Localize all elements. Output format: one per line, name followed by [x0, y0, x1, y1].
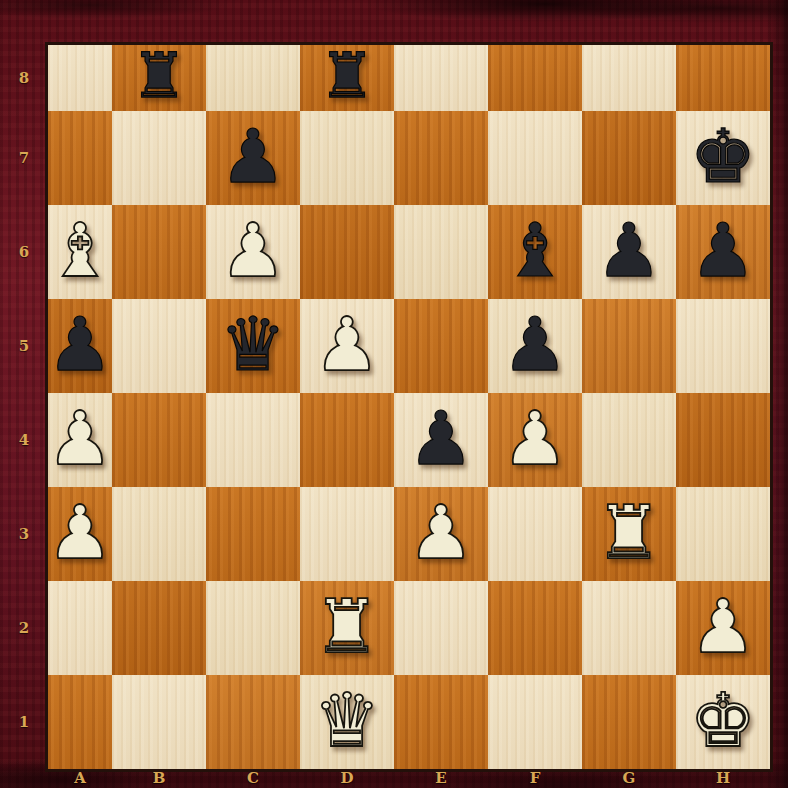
- black-queen-c5[interactable]: ♛: [220, 307, 286, 381]
- square-b2[interactable]: [112, 581, 206, 675]
- rank-label-2: 2: [19, 619, 29, 637]
- white-queen-d1[interactable]: ♛: [314, 683, 380, 757]
- square-c1[interactable]: [206, 675, 300, 769]
- square-a5[interactable]: ♟: [48, 299, 112, 393]
- black-pawn-e4[interactable]: ♟: [408, 401, 474, 475]
- square-h5[interactable]: [676, 299, 770, 393]
- white-pawn-f4[interactable]: ♟: [502, 401, 568, 475]
- square-b6[interactable]: [112, 205, 206, 299]
- square-h2[interactable]: ♟: [676, 581, 770, 675]
- rank-label-1: 1: [19, 713, 29, 731]
- white-pawn-d5[interactable]: ♟: [314, 307, 380, 381]
- square-f2[interactable]: [488, 581, 582, 675]
- file-label-c: C: [247, 769, 259, 787]
- square-e3[interactable]: ♟: [394, 487, 488, 581]
- black-pawn-a5[interactable]: ♟: [47, 307, 113, 381]
- square-c6[interactable]: ♟: [206, 205, 300, 299]
- square-f8[interactable]: [488, 45, 582, 111]
- square-a7[interactable]: [48, 111, 112, 205]
- square-d8[interactable]: ♜: [300, 45, 394, 111]
- square-g4[interactable]: [582, 393, 676, 487]
- square-e6[interactable]: [394, 205, 488, 299]
- black-bishop-f6[interactable]: ♝: [502, 213, 568, 287]
- square-h3[interactable]: [676, 487, 770, 581]
- square-c4[interactable]: [206, 393, 300, 487]
- square-c5[interactable]: ♛: [206, 299, 300, 393]
- white-rook-d2[interactable]: ♜: [314, 589, 380, 663]
- white-king-h1[interactable]: ♚: [690, 683, 756, 757]
- square-d3[interactable]: [300, 487, 394, 581]
- white-pawn-h2[interactable]: ♟: [690, 589, 756, 663]
- square-c8[interactable]: [206, 45, 300, 111]
- square-e8[interactable]: [394, 45, 488, 111]
- black-king-h7[interactable]: ♚: [690, 119, 756, 193]
- square-d2[interactable]: ♜: [300, 581, 394, 675]
- black-rook-b8[interactable]: ♜: [131, 45, 187, 107]
- square-d1[interactable]: ♛: [300, 675, 394, 769]
- square-g8[interactable]: [582, 45, 676, 111]
- rank-label-7: 7: [19, 149, 29, 167]
- rank-label-3: 3: [19, 525, 29, 543]
- square-h4[interactable]: [676, 393, 770, 487]
- square-a6[interactable]: ♝: [48, 205, 112, 299]
- square-d6[interactable]: [300, 205, 394, 299]
- square-f5[interactable]: ♟: [488, 299, 582, 393]
- square-b7[interactable]: [112, 111, 206, 205]
- square-g3[interactable]: ♜: [582, 487, 676, 581]
- square-b3[interactable]: [112, 487, 206, 581]
- square-d5[interactable]: ♟: [300, 299, 394, 393]
- square-h7[interactable]: ♚: [676, 111, 770, 205]
- file-label-f: F: [530, 769, 541, 787]
- white-bishop-a6[interactable]: ♝: [47, 213, 113, 287]
- square-e7[interactable]: [394, 111, 488, 205]
- square-a2[interactable]: [48, 581, 112, 675]
- square-h1[interactable]: ♚: [676, 675, 770, 769]
- white-pawn-c6[interactable]: ♟: [220, 213, 286, 287]
- black-pawn-c7[interactable]: ♟: [220, 119, 286, 193]
- black-pawn-f5[interactable]: ♟: [502, 307, 568, 381]
- square-h8[interactable]: [676, 45, 770, 111]
- white-rook-g3[interactable]: ♜: [596, 495, 662, 569]
- square-c7[interactable]: ♟: [206, 111, 300, 205]
- square-c2[interactable]: [206, 581, 300, 675]
- square-d7[interactable]: [300, 111, 394, 205]
- rank-label-8: 8: [19, 69, 29, 87]
- square-g5[interactable]: [582, 299, 676, 393]
- square-a3[interactable]: ♟: [48, 487, 112, 581]
- square-a1[interactable]: [48, 675, 112, 769]
- square-a8[interactable]: [48, 45, 112, 111]
- square-b1[interactable]: [112, 675, 206, 769]
- square-c3[interactable]: [206, 487, 300, 581]
- white-pawn-a3[interactable]: ♟: [47, 495, 113, 569]
- square-g6[interactable]: ♟: [582, 205, 676, 299]
- file-label-e: E: [435, 769, 446, 787]
- square-e4[interactable]: ♟: [394, 393, 488, 487]
- file-label-g: G: [623, 769, 636, 787]
- rank-label-4: 4: [19, 431, 29, 449]
- square-f7[interactable]: [488, 111, 582, 205]
- white-pawn-e3[interactable]: ♟: [408, 495, 474, 569]
- square-g2[interactable]: [582, 581, 676, 675]
- file-label-b: B: [153, 769, 166, 787]
- square-h6[interactable]: ♟: [676, 205, 770, 299]
- rank-label-6: 6: [19, 243, 29, 261]
- wooden-board-frame: ♜♜♟♚♝♟♝♟♟♟♛♟♟♟♟♟♟♟♜♜♟♛♚ 87654321ABCDEFGH: [0, 0, 788, 788]
- square-f3[interactable]: [488, 487, 582, 581]
- file-label-d: D: [340, 769, 353, 787]
- square-a4[interactable]: ♟: [48, 393, 112, 487]
- square-b5[interactable]: [112, 299, 206, 393]
- square-b4[interactable]: [112, 393, 206, 487]
- rank-label-5: 5: [19, 337, 29, 355]
- square-e1[interactable]: [394, 675, 488, 769]
- square-f1[interactable]: [488, 675, 582, 769]
- square-g7[interactable]: [582, 111, 676, 205]
- black-pawn-h6[interactable]: ♟: [690, 213, 756, 287]
- square-e5[interactable]: [394, 299, 488, 393]
- file-label-h: H: [716, 769, 730, 787]
- white-pawn-a4[interactable]: ♟: [47, 401, 113, 475]
- square-f4[interactable]: ♟: [488, 393, 582, 487]
- square-d4[interactable]: [300, 393, 394, 487]
- square-g1[interactable]: [582, 675, 676, 769]
- square-f6[interactable]: ♝: [488, 205, 582, 299]
- chess-board: ♜♜♟♚♝♟♝♟♟♟♛♟♟♟♟♟♟♟♜♜♟♛♚: [48, 45, 770, 769]
- file-label-a: A: [74, 769, 86, 787]
- black-rook-d8[interactable]: ♜: [319, 45, 375, 107]
- square-e2[interactable]: [394, 581, 488, 675]
- black-pawn-g6[interactable]: ♟: [596, 213, 662, 287]
- square-b8[interactable]: ♜: [112, 45, 206, 111]
